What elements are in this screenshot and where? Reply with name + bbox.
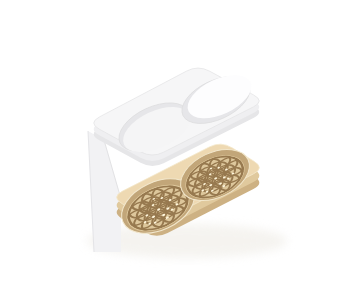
render-canvas [0, 0, 360, 292]
product-photo [0, 0, 360, 292]
